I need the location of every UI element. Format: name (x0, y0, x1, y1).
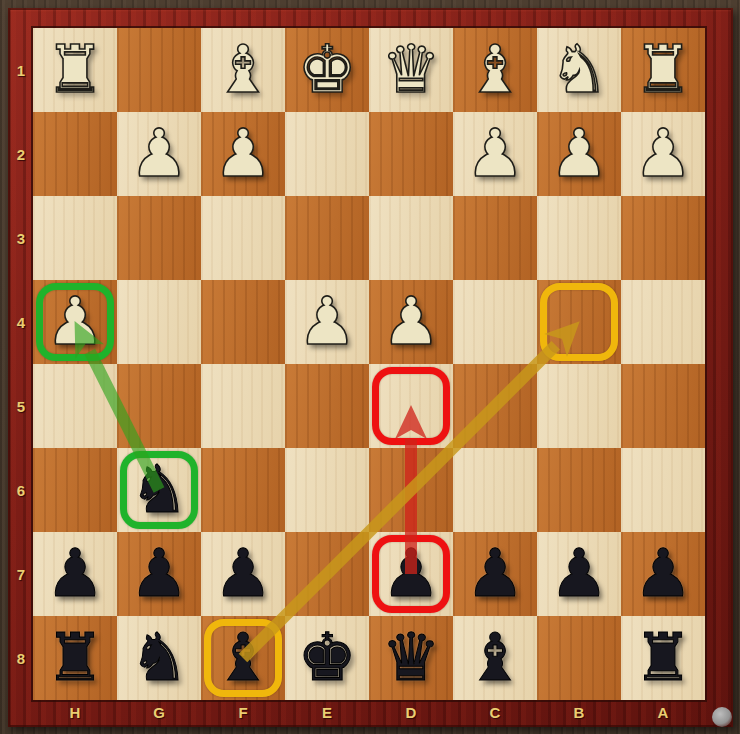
rank-label-8: 8 (9, 650, 33, 666)
move-arrows-overlay (33, 28, 705, 700)
file-label-e: E (285, 704, 369, 724)
file-label-d: D (369, 704, 453, 724)
rank-label-6: 6 (9, 482, 33, 498)
corner-dot (712, 707, 732, 727)
rank-label-7: 7 (9, 566, 33, 582)
file-label-g: G (117, 704, 201, 724)
arrow-f8-b4 (243, 345, 556, 658)
rank-label-2: 2 (9, 146, 33, 162)
file-label-c: C (453, 704, 537, 724)
file-label-f: F (201, 704, 285, 724)
rank-label-4: 4 (9, 314, 33, 330)
chess-app: ♜♝♚♛♝♞♜♟♟♟♟♟♟♟♟♞♟♟♟♟♟♟♟♜♞♝♚♛♝♜ 12345678H… (0, 0, 740, 734)
arrow-g6-h4 (90, 352, 159, 490)
rank-label-3: 3 (9, 230, 33, 246)
file-label-h: H (33, 704, 117, 724)
rank-label-1: 1 (9, 62, 33, 78)
file-label-a: A (621, 704, 705, 724)
file-label-b: B (537, 704, 621, 724)
rank-label-5: 5 (9, 398, 33, 414)
